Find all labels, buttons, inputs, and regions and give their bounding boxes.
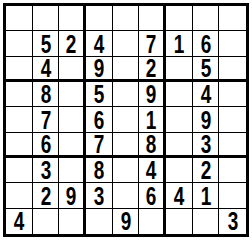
- cell-r5c5[interactable]: [113, 107, 140, 132]
- cell-r3c8[interactable]: 5: [193, 57, 220, 82]
- cell-r1c4[interactable]: [86, 6, 113, 31]
- cell-r7c3[interactable]: [59, 158, 86, 183]
- cell-r8c3[interactable]: 9: [59, 183, 86, 208]
- cell-r5c7[interactable]: [166, 107, 193, 132]
- cell-r4c2[interactable]: 8: [33, 82, 60, 107]
- cell-r1c3[interactable]: [59, 6, 86, 31]
- cell-r5c9[interactable]: [219, 107, 246, 132]
- cell-r9c5[interactable]: 9: [113, 209, 140, 234]
- cell-r7c9[interactable]: [219, 158, 246, 183]
- cell-r3c6[interactable]: 2: [139, 57, 166, 82]
- cell-r2c8[interactable]: 6: [193, 31, 220, 56]
- cell-r2c6[interactable]: 7: [139, 31, 166, 56]
- cell-r1c9[interactable]: [219, 6, 246, 31]
- given-digit: 7: [94, 133, 105, 157]
- cell-r4c5[interactable]: [113, 82, 140, 107]
- given-digit: 4: [14, 209, 25, 234]
- cell-r4c9[interactable]: [219, 82, 246, 107]
- given-digit: 4: [146, 158, 157, 183]
- sudoku-board: 52471649258594761967833842293641493: [3, 3, 249, 237]
- given-digit: 1: [174, 31, 185, 56]
- cell-r6c3[interactable]: [59, 133, 86, 158]
- given-digit: 8: [94, 158, 105, 183]
- cell-r5c3[interactable]: [59, 107, 86, 132]
- given-digit: 4: [200, 82, 211, 107]
- cell-r5c1[interactable]: [6, 107, 33, 132]
- given-digit: 9: [94, 57, 105, 81]
- cell-r6c9[interactable]: [219, 133, 246, 158]
- cell-r1c8[interactable]: [193, 6, 220, 31]
- cell-r9c7[interactable]: [166, 209, 193, 234]
- given-digit: 1: [146, 107, 157, 132]
- cell-r4c4[interactable]: 5: [86, 82, 113, 107]
- cell-r4c8[interactable]: 4: [193, 82, 220, 107]
- cell-r9c4[interactable]: [86, 209, 113, 234]
- given-digit: 9: [66, 183, 77, 208]
- cell-r2c9[interactable]: [219, 31, 246, 56]
- cell-r8c5[interactable]: [113, 183, 140, 208]
- given-digit: 2: [66, 31, 77, 56]
- cell-r4c6[interactable]: 9: [139, 82, 166, 107]
- cell-r2c4[interactable]: 4: [86, 31, 113, 56]
- cell-r7c2[interactable]: 3: [33, 158, 60, 183]
- cell-r3c7[interactable]: [166, 57, 193, 82]
- given-digit: 3: [94, 183, 105, 208]
- cell-r8c4[interactable]: 3: [86, 183, 113, 208]
- cell-r3c9[interactable]: [219, 57, 246, 82]
- given-digit: 2: [146, 57, 157, 81]
- given-digit: 8: [40, 82, 51, 107]
- cell-r3c3[interactable]: [59, 57, 86, 82]
- cell-r2c2[interactable]: 5: [33, 31, 60, 56]
- given-digit: 4: [40, 57, 51, 81]
- cell-r2c7[interactable]: 1: [166, 31, 193, 56]
- cell-r6c2[interactable]: 6: [33, 133, 60, 158]
- cell-r6c7[interactable]: [166, 133, 193, 158]
- cell-r6c5[interactable]: [113, 133, 140, 158]
- cell-r7c6[interactable]: 4: [139, 158, 166, 183]
- cell-r7c4[interactable]: 8: [86, 158, 113, 183]
- cell-r9c1[interactable]: 4: [6, 209, 33, 234]
- given-digit: 6: [200, 31, 211, 56]
- given-digit: 5: [200, 57, 211, 81]
- cell-r5c2[interactable]: 7: [33, 107, 60, 132]
- cell-r6c4[interactable]: 7: [86, 133, 113, 158]
- given-digit: 2: [40, 183, 51, 208]
- cell-r4c1[interactable]: [6, 82, 33, 107]
- given-digit: 2: [200, 158, 211, 183]
- cell-r1c6[interactable]: [139, 6, 166, 31]
- cell-r6c8[interactable]: 3: [193, 133, 220, 158]
- given-digit: 5: [40, 31, 51, 56]
- cell-r5c4[interactable]: 6: [86, 107, 113, 132]
- cell-r4c7[interactable]: [166, 82, 193, 107]
- cell-r5c8[interactable]: 9: [193, 107, 220, 132]
- cell-r8c7[interactable]: 4: [166, 183, 193, 208]
- cell-r2c5[interactable]: [113, 31, 140, 56]
- given-digit: 9: [120, 209, 131, 234]
- cell-r3c5[interactable]: [113, 57, 140, 82]
- cell-r3c1[interactable]: [6, 57, 33, 82]
- cell-r9c3[interactable]: [59, 209, 86, 234]
- given-digit: 6: [146, 183, 157, 208]
- cell-r3c4[interactable]: 9: [86, 57, 113, 82]
- cell-r7c7[interactable]: [166, 158, 193, 183]
- cell-r8c9[interactable]: [219, 183, 246, 208]
- cell-r6c6[interactable]: 8: [139, 133, 166, 158]
- cell-r4c3[interactable]: [59, 82, 86, 107]
- cell-r1c2[interactable]: [33, 6, 60, 31]
- given-digit: 5: [94, 82, 105, 107]
- cell-r1c7[interactable]: [166, 6, 193, 31]
- cell-r8c2[interactable]: 2: [33, 183, 60, 208]
- cell-r1c1[interactable]: [6, 6, 33, 31]
- cell-r9c9[interactable]: 3: [219, 209, 246, 234]
- cell-r8c6[interactable]: 6: [139, 183, 166, 208]
- cell-r2c1[interactable]: [6, 31, 33, 56]
- cell-r9c2[interactable]: [33, 209, 60, 234]
- given-digit: 7: [146, 31, 157, 56]
- given-digit: 7: [40, 107, 51, 132]
- given-digit: 3: [40, 158, 51, 183]
- cell-r2c3[interactable]: 2: [59, 31, 86, 56]
- given-digit: 9: [146, 82, 157, 107]
- given-digit: 4: [94, 31, 105, 56]
- given-digit: 9: [200, 107, 211, 132]
- given-digit: 3: [227, 209, 238, 234]
- given-digit: 8: [146, 133, 157, 157]
- given-digit: 1: [200, 183, 211, 208]
- cell-r7c1[interactable]: [6, 158, 33, 183]
- cell-r1c5[interactable]: [113, 6, 140, 31]
- cell-r8c1[interactable]: [6, 183, 33, 208]
- cell-r8c8[interactable]: 1: [193, 183, 220, 208]
- cell-r9c8[interactable]: [193, 209, 220, 234]
- given-digit: 6: [40, 133, 51, 157]
- cell-r9c6[interactable]: [139, 209, 166, 234]
- cell-r3c2[interactable]: 4: [33, 57, 60, 82]
- cell-r7c5[interactable]: [113, 158, 140, 183]
- given-digit: 6: [94, 107, 105, 132]
- cell-r7c8[interactable]: 2: [193, 158, 220, 183]
- cell-r6c1[interactable]: [6, 133, 33, 158]
- cell-r5c6[interactable]: 1: [139, 107, 166, 132]
- given-digit: 3: [200, 133, 211, 157]
- given-digit: 4: [174, 183, 185, 208]
